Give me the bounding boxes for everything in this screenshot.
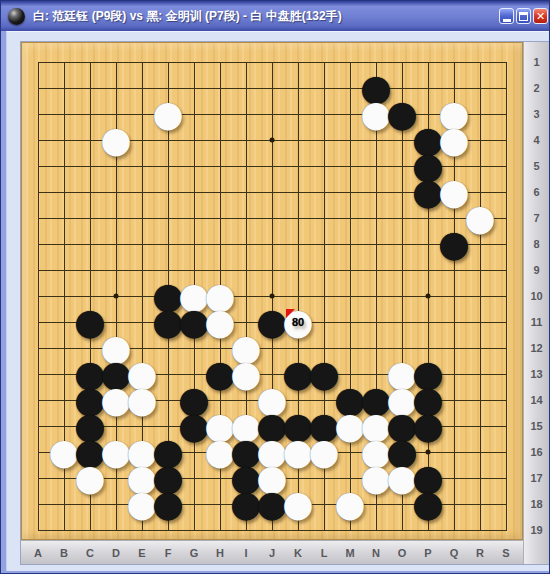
column-label: A [34, 547, 42, 559]
go-stone-logo-icon [8, 8, 25, 25]
star-point [270, 138, 275, 143]
title-bar[interactable]: 白: 范廷钰 (P9段) vs 黑: 金明训 (P7段) - 白 中盘胜(132… [1, 1, 550, 31]
white-stone: ● [467, 205, 493, 231]
row-label: 5 [533, 160, 539, 172]
column-label: K [294, 547, 302, 559]
window-title: 白: 范廷钰 (P9段) vs 黑: 金明训 (P7段) - 白 中盘胜(132… [33, 8, 342, 25]
row-label: 2 [533, 82, 539, 94]
column-label: J [269, 547, 275, 559]
white-stone: ● [441, 127, 467, 153]
black-stone: ● [415, 491, 441, 517]
column-label-strip: ABCDEFGHIJKLMNOPQRS [21, 540, 523, 564]
column-label: C [86, 547, 94, 559]
white-stone: ● [77, 465, 103, 491]
column-label: D [112, 547, 120, 559]
row-label: 18 [530, 498, 542, 510]
row-label: 3 [533, 108, 539, 120]
white-stone: ● [285, 491, 311, 517]
star-point [426, 450, 431, 455]
row-label: 14 [530, 394, 542, 406]
star-point [426, 294, 431, 299]
white-stone: ● [337, 491, 363, 517]
black-stone: ● [441, 231, 467, 257]
last-move-stone: ●80 [285, 309, 311, 335]
row-label: 13 [530, 368, 542, 380]
grid-line [38, 530, 507, 531]
go-board[interactable]: ●●●●●●●●●●●●●●●●●●●●●●80●●●●●●●●●●●●●●●●… [21, 42, 523, 540]
row-label: 1 [533, 56, 539, 68]
column-label: G [190, 547, 199, 559]
row-label: 10 [530, 290, 542, 302]
white-stone: ● [103, 127, 129, 153]
column-label: S [502, 547, 509, 559]
row-label: 17 [530, 472, 542, 484]
window-controls: ✕ [499, 8, 548, 24]
black-stone: ● [415, 413, 441, 439]
column-label: H [216, 547, 224, 559]
white-stone: ● [129, 387, 155, 413]
app-window: 白: 范廷钰 (P9段) vs 黑: 金明训 (P7段) - 白 中盘胜(132… [0, 0, 550, 574]
star-point [270, 294, 275, 299]
row-label: 9 [533, 264, 539, 276]
row-label: 12 [530, 342, 542, 354]
minimize-icon [503, 19, 511, 22]
star-point [114, 294, 119, 299]
column-label: L [321, 547, 328, 559]
close-icon: ✕ [536, 11, 545, 22]
row-label: 4 [533, 134, 539, 146]
grid-line [480, 62, 481, 531]
grid-line [350, 62, 351, 531]
maximize-button[interactable] [516, 8, 531, 24]
column-label: P [424, 547, 431, 559]
client-panel: ●●●●●●●●●●●●●●●●●●●●●●80●●●●●●●●●●●●●●●●… [6, 31, 549, 571]
column-label: O [398, 547, 407, 559]
maximize-icon [519, 12, 528, 21]
column-label: N [372, 547, 380, 559]
white-stone: ● [155, 101, 181, 127]
move-number-label: 80 [285, 309, 311, 335]
row-label: 11 [531, 316, 543, 328]
row-label: 6 [533, 186, 539, 198]
row-label: 19 [530, 524, 542, 536]
row-label: 7 [533, 212, 539, 224]
grid-line [506, 62, 507, 531]
row-label: 16 [530, 446, 542, 458]
column-label: B [60, 547, 68, 559]
go-board-assembly: ●●●●●●●●●●●●●●●●●●●●●●80●●●●●●●●●●●●●●●●… [21, 42, 549, 564]
column-label: M [345, 547, 354, 559]
column-label: F [165, 547, 172, 559]
column-label: I [244, 547, 247, 559]
white-stone: ● [311, 439, 337, 465]
close-button[interactable]: ✕ [533, 8, 548, 24]
row-label-strip: 12345678910111213141516171819 [523, 42, 549, 564]
row-label: 15 [530, 420, 542, 432]
black-stone: ● [155, 491, 181, 517]
minimize-button[interactable] [499, 8, 514, 24]
column-label: Q [450, 547, 459, 559]
row-label: 8 [533, 238, 539, 250]
column-label: R [476, 547, 484, 559]
column-label: E [138, 547, 145, 559]
